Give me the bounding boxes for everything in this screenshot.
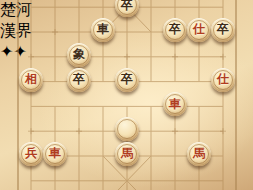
- piece-red-horse[interactable]: 馬: [187, 142, 211, 166]
- piece-glyph: 車: [91, 18, 115, 42]
- piece-glyph: 相: [19, 68, 43, 92]
- piece-glyph: 卒: [115, 68, 139, 92]
- piece-glyph: 仕: [211, 68, 235, 92]
- piece-red-advisor[interactable]: 仕: [211, 68, 235, 92]
- piece-glyph: 象: [67, 43, 91, 67]
- piece-glyph: 卒: [211, 18, 235, 42]
- piece-glyph: 卒: [67, 68, 91, 92]
- piece-glyph: 車: [43, 142, 67, 166]
- piece-black-soldier[interactable]: 卒: [211, 18, 235, 42]
- piece-glyph: 仕: [187, 18, 211, 42]
- piece-red-chariot[interactable]: 車: [43, 142, 67, 166]
- piece-glyph: [115, 117, 139, 141]
- piece-glyph: 馬: [187, 142, 211, 166]
- piece-red-elephant[interactable]: 相: [19, 68, 43, 92]
- piece-red-soldier[interactable]: 兵: [19, 142, 43, 166]
- piece-black-soldier[interactable]: 卒: [115, 0, 139, 17]
- piece-black-soldier[interactable]: 卒: [115, 68, 139, 92]
- piece-red-chariot[interactable]: 車: [163, 92, 187, 116]
- piece-red-advisor[interactable]: 仕: [187, 18, 211, 42]
- piece-hidden-face-down[interactable]: [115, 117, 139, 141]
- piece-red-horse[interactable]: 馬: [115, 142, 139, 166]
- piece-glyph: 兵: [19, 142, 43, 166]
- piece-glyph: 馬: [115, 142, 139, 166]
- piece-black-chariot[interactable]: 車: [91, 18, 115, 42]
- piece-black-soldier[interactable]: 卒: [163, 18, 187, 42]
- piece-grid: 卒車卒仕卒象相卒卒仕車兵車馬馬: [19, 0, 235, 190]
- piece-black-elephant[interactable]: 象: [67, 43, 91, 67]
- xiangqi-board[interactable]: 楚河 漢界 卒車卒仕卒象相卒卒仕車兵車馬馬 ✦✦: [0, 0, 253, 190]
- piece-black-soldier[interactable]: 卒: [67, 68, 91, 92]
- game-screen: 楚河 漢界 卒車卒仕卒象相卒卒仕車兵車馬馬 ✦✦: [0, 0, 253, 190]
- piece-glyph: 車: [163, 92, 187, 116]
- piece-glyph: 卒: [163, 18, 187, 42]
- piece-glyph: 卒: [115, 0, 139, 17]
